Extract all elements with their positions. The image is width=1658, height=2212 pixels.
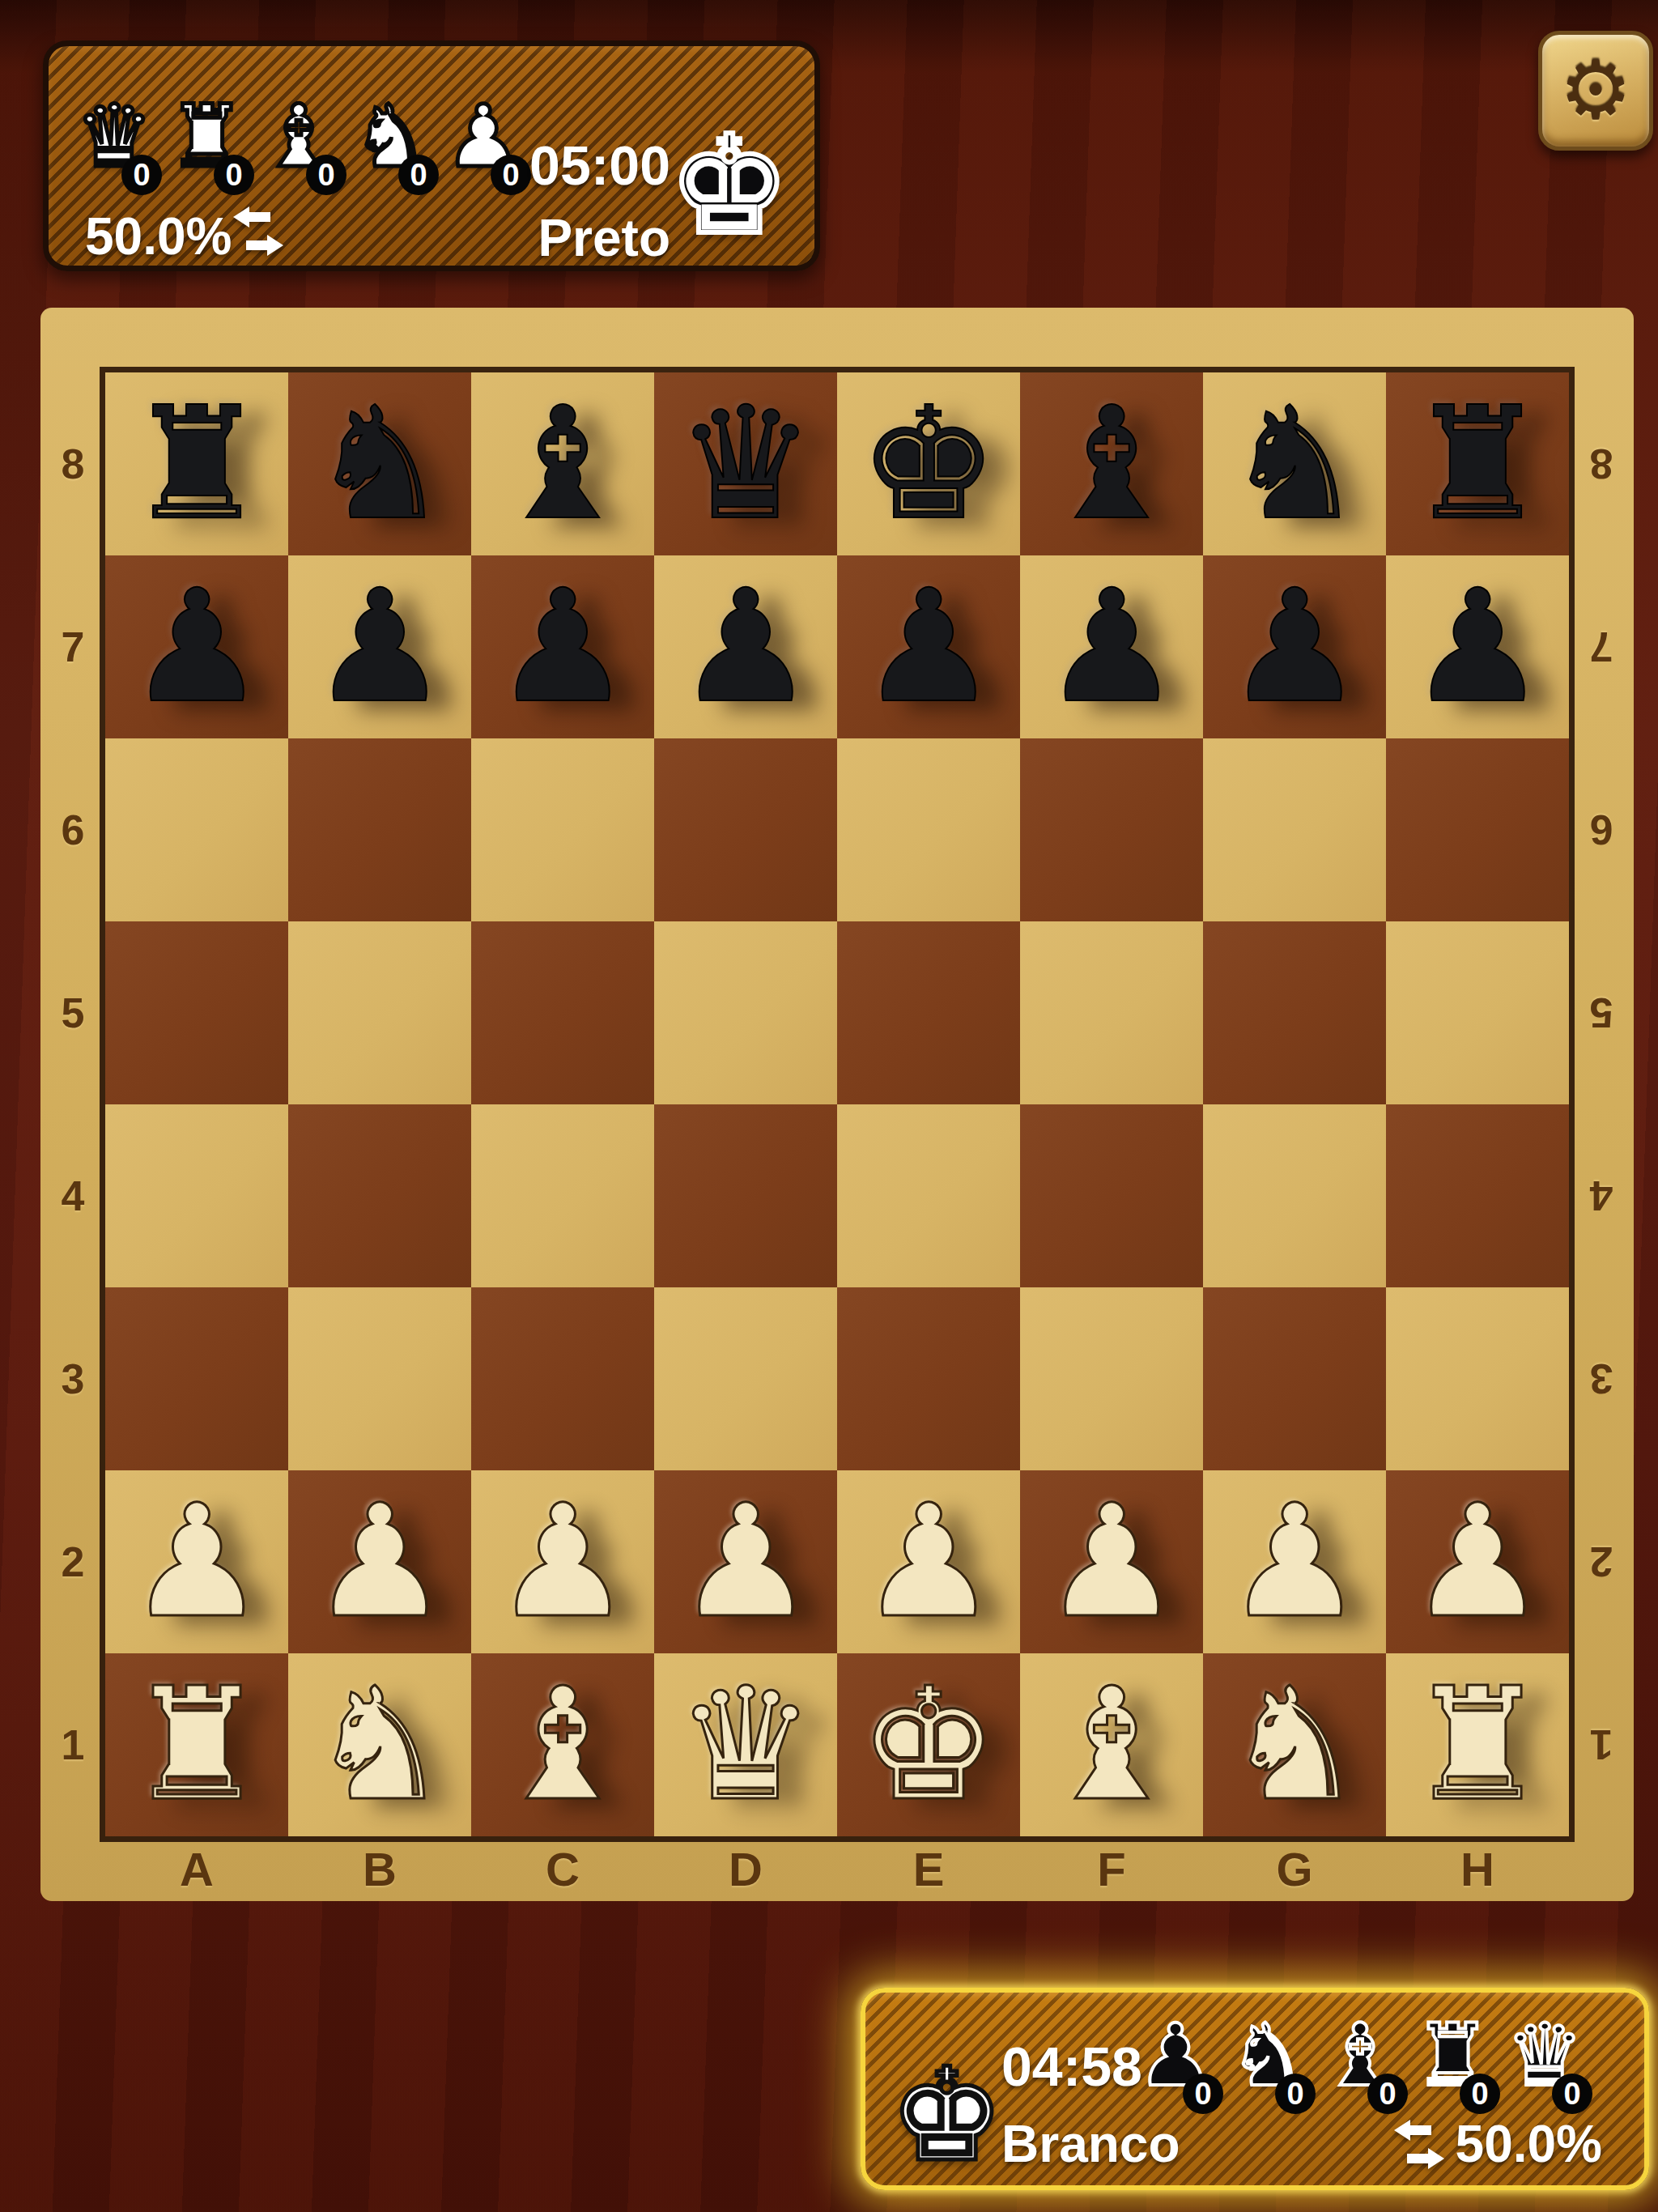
square-h4[interactable] [1386, 1104, 1569, 1287]
square-a7[interactable]: ♟ [105, 555, 288, 738]
winrate-swap-icon [1394, 2120, 1444, 2169]
piece-white-knight[interactable]: ♞ [288, 1653, 471, 1836]
square-h1[interactable]: ♜ [1386, 1653, 1569, 1836]
square-e2[interactable]: ♟ [837, 1470, 1020, 1653]
piece-white-knight[interactable]: ♞ [1203, 1653, 1386, 1836]
coordinate-label: 1 [40, 1653, 105, 1836]
white-king-icon: ♚ [890, 2051, 1005, 2179]
black-player-name: Preto [538, 208, 670, 268]
captured-count-badge: 0 [1275, 2074, 1316, 2114]
black-timer: 05:00 [529, 134, 670, 197]
captured-knight-counter: ♞0 [1225, 2007, 1311, 2114]
square-a6[interactable] [105, 738, 288, 921]
square-f6[interactable] [1020, 738, 1203, 921]
square-b7[interactable]: ♟ [288, 555, 471, 738]
square-f7[interactable]: ♟ [1020, 555, 1203, 738]
square-b6[interactable] [288, 738, 471, 921]
square-f8[interactable]: ♝ [1020, 372, 1203, 555]
square-g2[interactable]: ♟ [1203, 1470, 1386, 1653]
piece-white-queen[interactable]: ♛ [654, 1653, 837, 1836]
captured-count-badge: 0 [398, 155, 439, 195]
square-c6[interactable] [471, 738, 654, 921]
square-e8[interactable]: ♚ [837, 372, 1020, 555]
square-h6[interactable] [1386, 738, 1569, 921]
square-c2[interactable]: ♟ [471, 1470, 654, 1653]
square-b3[interactable] [288, 1287, 471, 1470]
square-d3[interactable] [654, 1287, 837, 1470]
square-a5[interactable] [105, 921, 288, 1104]
black-win-percent: 50.0% [85, 206, 232, 266]
square-h5[interactable] [1386, 921, 1569, 1104]
square-d6[interactable] [654, 738, 837, 921]
white-captured-row: ♟0♞0♝0♜0♛0 [1133, 2007, 1588, 2114]
square-a2[interactable]: ♟ [105, 1470, 288, 1653]
coordinate-label: C [471, 1836, 654, 1901]
square-a8[interactable]: ♜ [105, 372, 288, 555]
coordinate-label: 6 [1569, 738, 1634, 921]
square-b4[interactable] [288, 1104, 471, 1287]
white-win-percent: 50.0% [1456, 2114, 1602, 2174]
gear-icon: ⚙ [1559, 50, 1632, 131]
captured-count-badge: 0 [306, 155, 346, 195]
piece-white-king[interactable]: ♚ [837, 1653, 1020, 1836]
piece-white-pawn[interactable]: ♟ [837, 1470, 1020, 1653]
square-b5[interactable] [288, 921, 471, 1104]
piece-black-king[interactable]: ♚ [837, 372, 1020, 555]
piece-black-pawn[interactable]: ♟ [1203, 555, 1386, 738]
piece-white-pawn[interactable]: ♟ [1386, 1470, 1569, 1653]
piece-black-queen[interactable]: ♛ [654, 372, 837, 555]
piece-white-bishop[interactable]: ♝ [1020, 1653, 1203, 1836]
black-captured-row: ♛0♜0♝0♞0♟0 [71, 88, 526, 195]
chess-app-screen: { "game": "chess", "position": { "fen": … [0, 0, 1658, 2212]
coordinate-label: G [1203, 1836, 1386, 1901]
arrow-left-icon [1394, 2120, 1444, 2141]
piece-black-knight[interactable]: ♞ [1203, 372, 1386, 555]
square-h7[interactable]: ♟ [1386, 555, 1569, 738]
captured-count-badge: 0 [491, 155, 531, 195]
coordinate-label: 5 [40, 921, 105, 1104]
captured-queen-counter: ♛0 [71, 88, 157, 195]
white-timer: 04:58 [1001, 2035, 1142, 2098]
piece-white-pawn[interactable]: ♟ [1020, 1470, 1203, 1653]
captured-count-badge: 0 [1183, 2074, 1223, 2114]
coordinate-label: 4 [1569, 1104, 1634, 1287]
square-g7[interactable]: ♟ [1203, 555, 1386, 738]
coordinate-label: H [1386, 1836, 1569, 1901]
files-bottom: ABCDEFGH [105, 1836, 1569, 1901]
white-winrate-group: 50.0% [1394, 2114, 1602, 2174]
square-g1[interactable]: ♞ [1203, 1653, 1386, 1836]
white-player-name: Branco [1001, 2114, 1180, 2174]
piece-black-knight[interactable]: ♞ [288, 372, 471, 555]
square-a1[interactable]: ♜ [105, 1653, 288, 1836]
captured-pawn-counter: ♟0 [1133, 2007, 1218, 2114]
captured-pawn-counter: ♟0 [440, 88, 526, 195]
black-player-panel: ♛0♜0♝0♞0♟0 05:00 50.0% Preto ♚ [43, 40, 820, 271]
square-e3[interactable] [837, 1287, 1020, 1470]
coordinate-label: 8 [40, 372, 105, 555]
square-h8[interactable]: ♜ [1386, 372, 1569, 555]
square-g5[interactable] [1203, 921, 1386, 1104]
coordinate-label: 2 [40, 1470, 105, 1653]
square-h3[interactable] [1386, 1287, 1569, 1470]
piece-white-pawn[interactable]: ♟ [105, 1470, 288, 1653]
coordinate-label: 3 [1569, 1287, 1634, 1470]
coordinate-label: 3 [40, 1287, 105, 1470]
square-e7[interactable]: ♟ [837, 555, 1020, 738]
square-g4[interactable] [1203, 1104, 1386, 1287]
arrow-right-icon [246, 235, 283, 256]
winrate-swap-icon [233, 206, 283, 256]
settings-button[interactable]: ⚙ [1538, 31, 1653, 151]
captured-queen-counter: ♛0 [1502, 2007, 1588, 2114]
square-f1[interactable]: ♝ [1020, 1653, 1203, 1836]
square-f5[interactable] [1020, 921, 1203, 1104]
square-g3[interactable] [1203, 1287, 1386, 1470]
piece-white-pawn[interactable]: ♟ [288, 1470, 471, 1653]
coordinate-label: E [837, 1836, 1020, 1901]
coordinate-label: D [654, 1836, 837, 1901]
captured-rook-counter: ♜0 [1409, 2007, 1495, 2114]
square-d2[interactable]: ♟ [654, 1470, 837, 1653]
coordinate-label: 1 [1569, 1653, 1634, 1836]
ranks-right: 87654321 [1569, 372, 1634, 1836]
coordinate-label: 6 [40, 738, 105, 921]
coordinate-label: 4 [40, 1104, 105, 1287]
arrow-left-icon [233, 206, 283, 228]
captured-count-badge: 0 [1460, 2074, 1500, 2114]
captured-bishop-counter: ♝0 [256, 88, 342, 195]
piece-white-pawn[interactable]: ♟ [471, 1470, 654, 1653]
square-a4[interactable] [105, 1104, 288, 1287]
piece-black-pawn[interactable]: ♟ [105, 555, 288, 738]
piece-black-pawn[interactable]: ♟ [837, 555, 1020, 738]
captured-count-badge: 0 [1552, 2074, 1592, 2114]
coordinate-label: 2 [1569, 1470, 1634, 1653]
board-squares: ♜♞♝♛♚♝♞♜♟♟♟♟♟♟♟♟♟♟♟♟♟♟♟♟♜♞♝♛♚♝♞♜ [105, 372, 1569, 1836]
chess-board: 87654321 87654321 ABCDEFGH ♜♞♝♛♚♝♞♜♟♟♟♟♟… [40, 308, 1634, 1901]
coordinate-label: 7 [40, 555, 105, 738]
square-c5[interactable] [471, 921, 654, 1104]
arrow-right-icon [1407, 2148, 1444, 2169]
black-king-icon: ♚ [668, 117, 790, 253]
square-g6[interactable] [1203, 738, 1386, 921]
coordinate-label: 8 [1569, 372, 1634, 555]
piece-black-bishop[interactable]: ♝ [1020, 372, 1203, 555]
square-b1[interactable]: ♞ [288, 1653, 471, 1836]
piece-white-rook[interactable]: ♜ [105, 1653, 288, 1836]
square-c8[interactable]: ♝ [471, 372, 654, 555]
captured-bishop-counter: ♝0 [1317, 2007, 1403, 2114]
square-h2[interactable]: ♟ [1386, 1470, 1569, 1653]
piece-black-pawn[interactable]: ♟ [471, 555, 654, 738]
square-e1[interactable]: ♚ [837, 1653, 1020, 1836]
square-b8[interactable]: ♞ [288, 372, 471, 555]
captured-count-badge: 0 [1367, 2074, 1408, 2114]
square-d7[interactable]: ♟ [654, 555, 837, 738]
coordinate-label: 5 [1569, 921, 1634, 1104]
piece-black-rook[interactable]: ♜ [1386, 372, 1569, 555]
square-d4[interactable] [654, 1104, 837, 1287]
white-player-panel: ♚ 04:58 Branco ♟0♞0♝0♜0♛0 50.0% [861, 1988, 1649, 2190]
square-e5[interactable] [837, 921, 1020, 1104]
piece-black-pawn[interactable]: ♟ [1020, 555, 1203, 738]
piece-white-pawn[interactable]: ♟ [1203, 1470, 1386, 1653]
captured-knight-counter: ♞0 [348, 88, 434, 195]
coordinate-label: B [288, 1836, 471, 1901]
square-c3[interactable] [471, 1287, 654, 1470]
square-f2[interactable]: ♟ [1020, 1470, 1203, 1653]
piece-white-rook[interactable]: ♜ [1386, 1653, 1569, 1836]
coordinate-label: F [1020, 1836, 1203, 1901]
captured-count-badge: 0 [214, 155, 254, 195]
piece-black-bishop[interactable]: ♝ [471, 372, 654, 555]
piece-black-pawn[interactable]: ♟ [654, 555, 837, 738]
square-c7[interactable]: ♟ [471, 555, 654, 738]
piece-black-rook[interactable]: ♜ [105, 372, 288, 555]
square-d5[interactable] [654, 921, 837, 1104]
square-c1[interactable]: ♝ [471, 1653, 654, 1836]
square-f4[interactable] [1020, 1104, 1203, 1287]
square-e6[interactable] [837, 738, 1020, 921]
square-b2[interactable]: ♟ [288, 1470, 471, 1653]
square-d1[interactable]: ♛ [654, 1653, 837, 1836]
ranks-left: 87654321 [40, 372, 105, 1836]
square-g8[interactable]: ♞ [1203, 372, 1386, 555]
piece-black-pawn[interactable]: ♟ [1386, 555, 1569, 738]
coordinate-label: 7 [1569, 555, 1634, 738]
piece-white-pawn[interactable]: ♟ [654, 1470, 837, 1653]
captured-rook-counter: ♜0 [164, 88, 249, 195]
coordinate-label: A [105, 1836, 288, 1901]
piece-white-bishop[interactable]: ♝ [471, 1653, 654, 1836]
square-a3[interactable] [105, 1287, 288, 1470]
piece-black-pawn[interactable]: ♟ [288, 555, 471, 738]
square-c4[interactable] [471, 1104, 654, 1287]
square-d8[interactable]: ♛ [654, 372, 837, 555]
square-f3[interactable] [1020, 1287, 1203, 1470]
square-e4[interactable] [837, 1104, 1020, 1287]
captured-count-badge: 0 [121, 155, 162, 195]
